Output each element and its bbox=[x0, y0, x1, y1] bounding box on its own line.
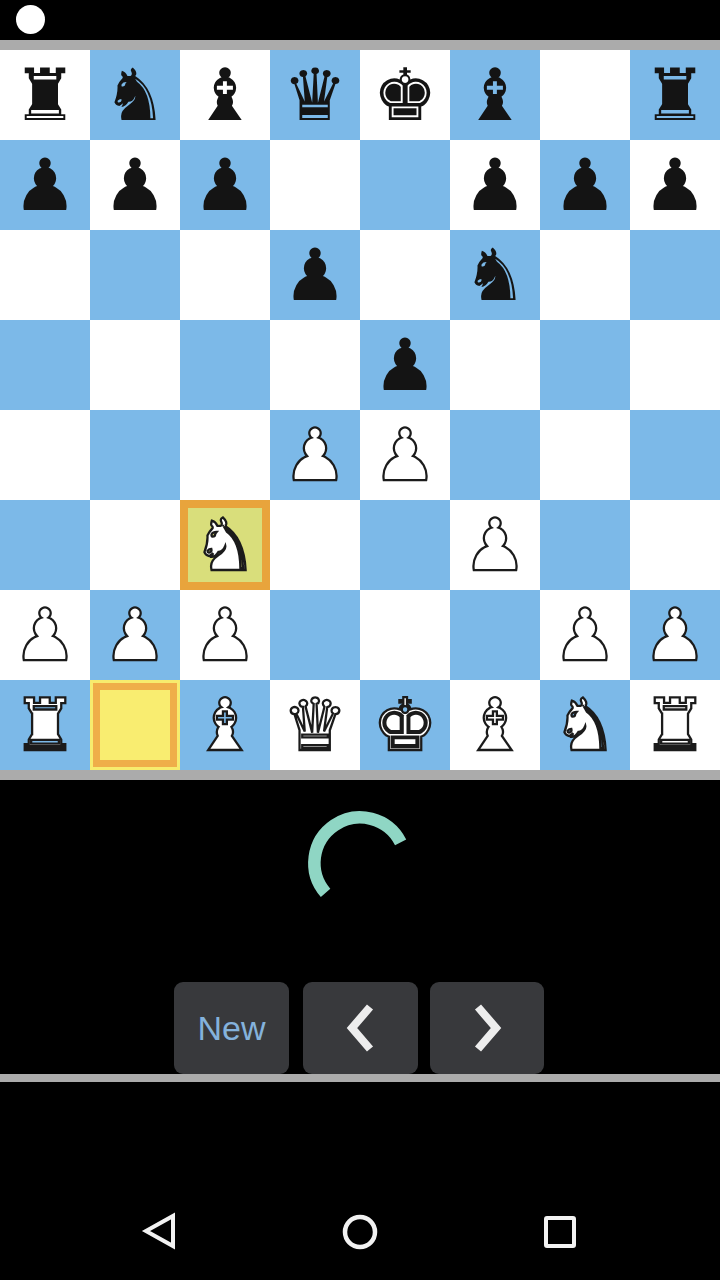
square-b6[interactable] bbox=[90, 230, 180, 320]
square-b5[interactable] bbox=[90, 320, 180, 410]
black-knight-icon: ♞ bbox=[103, 51, 168, 139]
loading-spinner-arc bbox=[314, 817, 400, 893]
square-b1[interactable] bbox=[90, 680, 180, 770]
square-h2[interactable]: ♟ bbox=[630, 590, 720, 680]
square-f2[interactable] bbox=[450, 590, 540, 680]
square-c3[interactable]: ♞ bbox=[180, 500, 270, 590]
white-pawn-icon: ♟ bbox=[643, 591, 708, 679]
android-back-button[interactable] bbox=[141, 1212, 177, 1250]
white-pawn-icon: ♟ bbox=[553, 591, 618, 679]
square-e1[interactable]: ♚ bbox=[360, 680, 450, 770]
square-c2[interactable]: ♟ bbox=[180, 590, 270, 680]
square-a3[interactable] bbox=[0, 500, 90, 590]
square-a5[interactable] bbox=[0, 320, 90, 410]
square-c7[interactable]: ♟ bbox=[180, 140, 270, 230]
square-e2[interactable] bbox=[360, 590, 450, 680]
black-pawn-icon: ♟ bbox=[463, 141, 528, 229]
back-triangle-icon bbox=[141, 1212, 177, 1250]
square-c4[interactable] bbox=[180, 410, 270, 500]
black-pawn-icon: ♟ bbox=[103, 141, 168, 229]
square-g6[interactable] bbox=[540, 230, 630, 320]
home-circle-icon bbox=[340, 1213, 380, 1251]
square-a7[interactable]: ♟ bbox=[0, 140, 90, 230]
white-queen-icon: ♛ bbox=[283, 681, 348, 769]
square-b8[interactable]: ♞ bbox=[90, 50, 180, 140]
square-a2[interactable]: ♟ bbox=[0, 590, 90, 680]
black-pawn-icon: ♟ bbox=[283, 231, 348, 319]
white-pawn-icon: ♟ bbox=[13, 591, 78, 679]
square-f5[interactable] bbox=[450, 320, 540, 410]
black-pawn-icon: ♟ bbox=[373, 321, 438, 409]
square-a8[interactable]: ♜ bbox=[0, 50, 90, 140]
square-h6[interactable] bbox=[630, 230, 720, 320]
square-e4[interactable]: ♟ bbox=[360, 410, 450, 500]
black-rook-icon: ♜ bbox=[13, 51, 78, 139]
black-pawn-icon: ♟ bbox=[193, 141, 258, 229]
square-d6[interactable]: ♟ bbox=[270, 230, 360, 320]
square-e6[interactable] bbox=[360, 230, 450, 320]
square-h7[interactable]: ♟ bbox=[630, 140, 720, 230]
square-f6[interactable]: ♞ bbox=[450, 230, 540, 320]
white-rook-icon: ♜ bbox=[13, 681, 78, 769]
chess-board: ♜♞♝♛♚♝♜♟♟♟♟♟♟♟♞♟♟♟♞♟♟♟♟♟♟♜♝♛♚♝♞♜ bbox=[0, 50, 720, 770]
loading-spinner-icon bbox=[303, 806, 417, 920]
app-screen: ♜♞♝♛♚♝♜♟♟♟♟♟♟♟♞♟♟♟♞♟♟♟♟♟♟♜♝♛♚♝♞♜ New bbox=[0, 0, 720, 1280]
square-d5[interactable] bbox=[270, 320, 360, 410]
square-g5[interactable] bbox=[540, 320, 630, 410]
square-d7[interactable] bbox=[270, 140, 360, 230]
white-bishop-icon: ♝ bbox=[463, 681, 528, 769]
white-pawn-icon: ♟ bbox=[283, 411, 348, 499]
square-h3[interactable] bbox=[630, 500, 720, 590]
white-knight-icon: ♞ bbox=[553, 681, 618, 769]
white-knight-icon: ♞ bbox=[193, 501, 258, 589]
square-g1[interactable]: ♞ bbox=[540, 680, 630, 770]
square-c6[interactable] bbox=[180, 230, 270, 320]
square-d1[interactable]: ♛ bbox=[270, 680, 360, 770]
square-f3[interactable]: ♟ bbox=[450, 500, 540, 590]
notification-circle-icon bbox=[16, 5, 45, 34]
white-pawn-icon: ♟ bbox=[193, 591, 258, 679]
square-h4[interactable] bbox=[630, 410, 720, 500]
white-bishop-icon: ♝ bbox=[193, 681, 258, 769]
white-pawn-icon: ♟ bbox=[463, 501, 528, 589]
chevron-right-icon bbox=[469, 1001, 505, 1055]
square-g7[interactable]: ♟ bbox=[540, 140, 630, 230]
square-d4[interactable]: ♟ bbox=[270, 410, 360, 500]
square-d2[interactable] bbox=[270, 590, 360, 680]
board-frame-bottom bbox=[0, 770, 720, 780]
black-pawn-icon: ♟ bbox=[553, 141, 618, 229]
status-bar bbox=[0, 0, 720, 40]
square-g2[interactable]: ♟ bbox=[540, 590, 630, 680]
black-knight-icon: ♞ bbox=[463, 231, 528, 319]
black-pawn-icon: ♟ bbox=[643, 141, 708, 229]
black-king-icon: ♚ bbox=[373, 51, 438, 139]
black-rook-icon: ♜ bbox=[643, 51, 708, 139]
white-pawn-icon: ♟ bbox=[103, 591, 168, 679]
black-bishop-icon: ♝ bbox=[193, 51, 258, 139]
square-c5[interactable] bbox=[180, 320, 270, 410]
square-d8[interactable]: ♛ bbox=[270, 50, 360, 140]
black-bishop-icon: ♝ bbox=[463, 51, 528, 139]
square-b2[interactable]: ♟ bbox=[90, 590, 180, 680]
square-g3[interactable] bbox=[540, 500, 630, 590]
square-a1[interactable]: ♜ bbox=[0, 680, 90, 770]
android-home-button[interactable] bbox=[340, 1213, 380, 1251]
square-g4[interactable] bbox=[540, 410, 630, 500]
square-e8[interactable]: ♚ bbox=[360, 50, 450, 140]
android-recents-button[interactable] bbox=[542, 1214, 578, 1250]
bottom-divider bbox=[0, 1074, 720, 1082]
square-h1[interactable]: ♜ bbox=[630, 680, 720, 770]
square-f4[interactable] bbox=[450, 410, 540, 500]
white-pawn-icon: ♟ bbox=[373, 411, 438, 499]
white-rook-icon: ♜ bbox=[643, 681, 708, 769]
square-e7[interactable] bbox=[360, 140, 450, 230]
black-queen-icon: ♛ bbox=[283, 51, 348, 139]
square-e5[interactable]: ♟ bbox=[360, 320, 450, 410]
square-c8[interactable]: ♝ bbox=[180, 50, 270, 140]
next-move-button[interactable] bbox=[430, 982, 544, 1074]
square-a6[interactable] bbox=[0, 230, 90, 320]
new-game-label: New bbox=[197, 1009, 265, 1048]
chevron-left-icon bbox=[343, 1001, 379, 1055]
square-f8[interactable]: ♝ bbox=[450, 50, 540, 140]
square-f7[interactable]: ♟ bbox=[450, 140, 540, 230]
new-game-button[interactable]: New bbox=[174, 982, 289, 1074]
square-f1[interactable]: ♝ bbox=[450, 680, 540, 770]
square-b7[interactable]: ♟ bbox=[90, 140, 180, 230]
previous-move-button[interactable] bbox=[303, 982, 418, 1074]
board-frame-top bbox=[0, 40, 720, 50]
square-d3[interactable] bbox=[270, 500, 360, 590]
square-h5[interactable] bbox=[630, 320, 720, 410]
square-e3[interactable] bbox=[360, 500, 450, 590]
black-pawn-icon: ♟ bbox=[13, 141, 78, 229]
square-h8[interactable]: ♜ bbox=[630, 50, 720, 140]
square-c1[interactable]: ♝ bbox=[180, 680, 270, 770]
square-g8[interactable] bbox=[540, 50, 630, 140]
square-b4[interactable] bbox=[90, 410, 180, 500]
square-b3[interactable] bbox=[90, 500, 180, 590]
square-a4[interactable] bbox=[0, 410, 90, 500]
recents-square-icon bbox=[542, 1214, 578, 1250]
white-king-icon: ♚ bbox=[373, 681, 438, 769]
